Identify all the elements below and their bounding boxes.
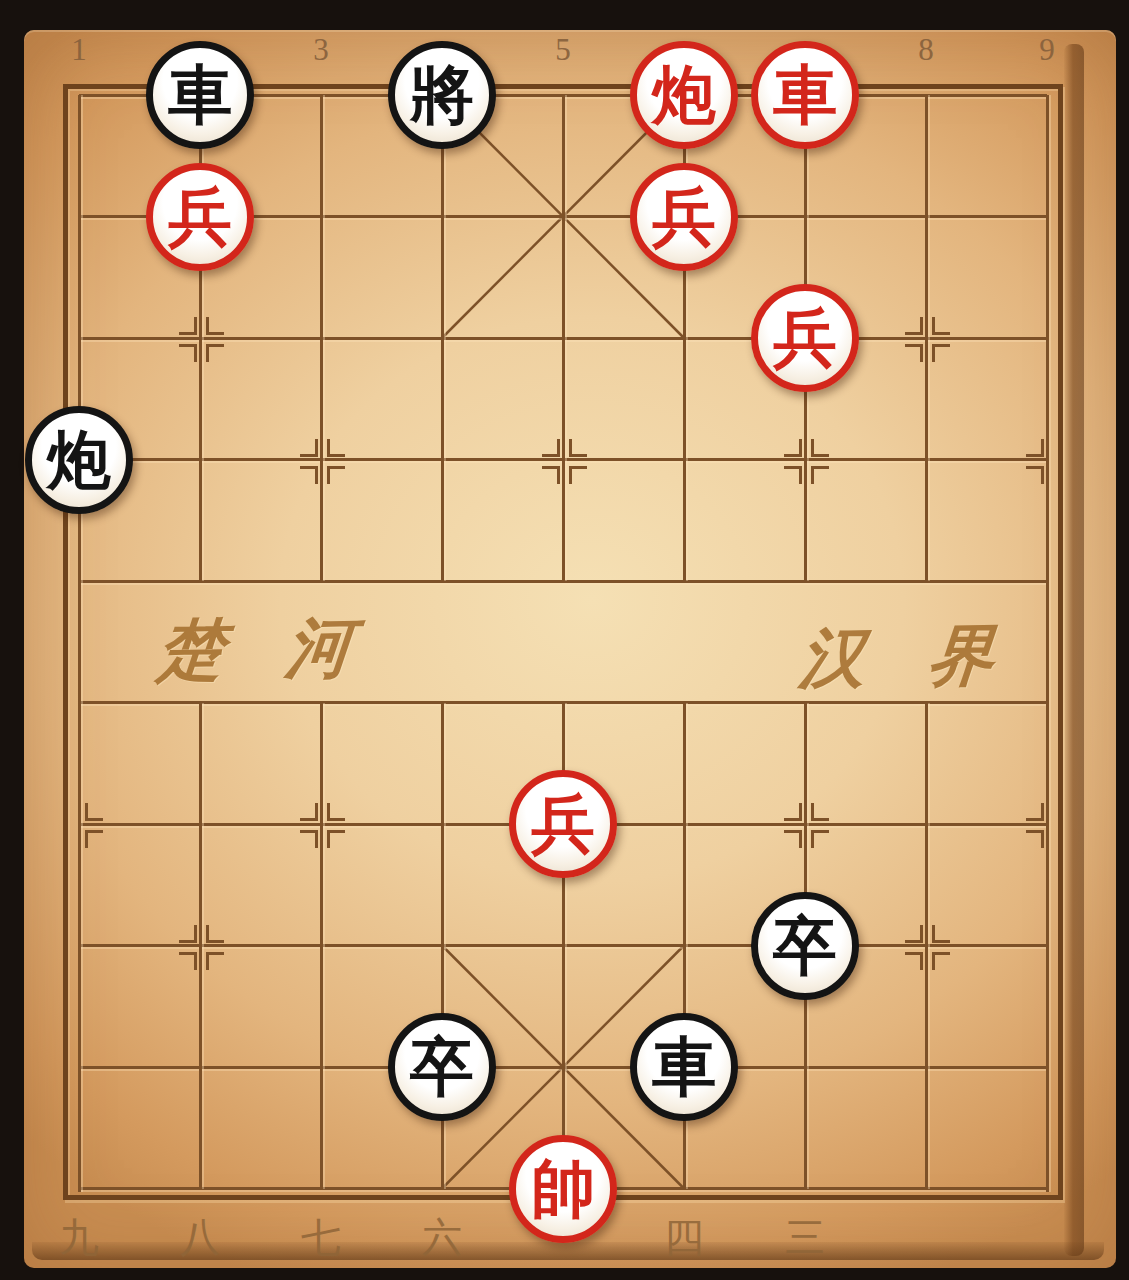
star-point-8-3 [905,317,923,335]
grid-file-line-3-bottom [320,703,323,1189]
piece-character: 帥 [531,1157,595,1221]
piece-red-cannon[interactable]: 炮 [630,41,738,149]
star-point-3-4 [327,466,345,484]
star-point-5-4 [542,466,560,484]
star-point-5-4 [569,439,587,457]
bottom-file-label-3: 七 [301,1210,341,1265]
star-point-3-7 [300,830,318,848]
piece-red-chariot[interactable]: 車 [751,41,859,149]
piece-black-soldier[interactable]: 卒 [751,892,859,1000]
star-point-7-4 [784,439,802,457]
piece-character: 將 [410,63,474,127]
piece-red-soldier[interactable]: 兵 [146,163,254,271]
piece-character: 兵 [652,185,716,249]
star-point-7-4 [811,466,829,484]
top-file-label-5: 5 [555,32,571,68]
star-point-3-7 [327,830,345,848]
star-point-9-7 [1026,803,1044,821]
river-label-han-jie: 汉界 [796,610,1060,704]
star-point-2-3 [206,344,224,362]
top-file-label-3: 3 [313,32,329,68]
star-point-2-8 [179,952,197,970]
grid-file-line-1 [78,95,81,1192]
star-point-8-8 [905,925,923,943]
bottom-file-label-4: 六 [422,1210,462,1265]
piece-character: 兵 [531,792,595,856]
star-point-1-7 [85,803,103,821]
piece-red-soldier[interactable]: 兵 [630,163,738,271]
star-point-7-7 [784,803,802,821]
star-point-8-8 [932,952,950,970]
star-point-3-4 [327,439,345,457]
top-file-label-8: 8 [918,32,934,68]
piece-red-soldier[interactable]: 兵 [751,284,859,392]
piece-black-soldier[interactable]: 卒 [388,1013,496,1121]
piece-red-soldier[interactable]: 兵 [509,770,617,878]
grid-file-line-3-top [320,95,323,581]
grid-file-line-5-top [562,95,565,581]
piece-black-chariot[interactable]: 車 [630,1013,738,1121]
star-point-2-8 [206,925,224,943]
star-point-3-7 [327,803,345,821]
star-point-2-3 [179,317,197,335]
piece-red-general[interactable]: 帥 [509,1135,617,1243]
bottom-file-label-6: 四 [664,1210,704,1265]
grid-file-line-9 [1046,95,1049,1192]
xiangqi-app: 楚河 汉界 13589九八七六四三車將炮車兵兵兵炮兵卒卒車帥 [0,0,1129,1280]
star-point-5-4 [569,466,587,484]
grid-file-line-8-top [925,95,928,581]
star-point-3-4 [300,466,318,484]
star-point-7-4 [784,466,802,484]
star-point-1-7 [85,830,103,848]
star-point-7-7 [784,830,802,848]
grid-file-line-8-bottom [925,703,928,1189]
piece-character: 車 [168,63,232,127]
grid-file-line-2-bottom [199,703,202,1189]
star-point-5-4 [542,439,560,457]
bottom-file-label-2: 八 [180,1210,220,1265]
star-point-7-7 [811,803,829,821]
piece-black-cannon[interactable]: 炮 [25,406,133,514]
star-point-3-7 [300,803,318,821]
grid-file-line-4-top [441,95,444,581]
top-file-label-9: 9 [1039,32,1055,68]
piece-character: 車 [652,1035,716,1099]
bottom-file-label-1: 九 [59,1210,99,1265]
star-point-8-3 [905,344,923,362]
star-point-8-3 [932,344,950,362]
piece-character: 炮 [652,63,716,127]
star-point-8-8 [905,952,923,970]
star-point-9-4 [1026,466,1044,484]
star-point-8-3 [932,317,950,335]
bottom-file-label-7: 三 [785,1210,825,1265]
star-point-9-4 [1026,439,1044,457]
star-point-2-8 [206,952,224,970]
piece-black-chariot[interactable]: 車 [146,41,254,149]
piece-character: 車 [773,63,837,127]
star-point-2-3 [179,344,197,362]
star-point-8-8 [932,925,950,943]
piece-black-general[interactable]: 將 [388,41,496,149]
piece-character: 兵 [168,185,232,249]
star-point-2-8 [179,925,197,943]
star-point-2-3 [206,317,224,335]
star-point-9-7 [1026,830,1044,848]
star-point-3-4 [300,439,318,457]
piece-character: 卒 [410,1035,474,1099]
star-point-7-7 [811,830,829,848]
river-label-chu-he: 楚河 [154,602,418,696]
top-file-label-1: 1 [71,32,87,68]
board-side-edge [1064,44,1084,1256]
piece-character: 兵 [773,306,837,370]
piece-character: 炮 [47,428,111,492]
star-point-7-4 [811,439,829,457]
piece-character: 卒 [773,914,837,978]
